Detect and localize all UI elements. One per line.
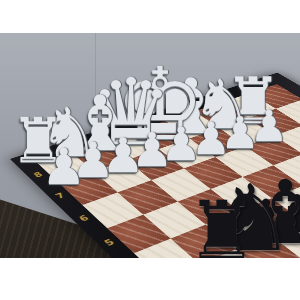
white-pawn-piece: ♟ (39, 142, 89, 192)
chess-set-photo: 876543 ♜♞♝♛♚♝♞♜♟♟♟♟♟♟♟♟♟♟♟♜♞♝ (0, 33, 300, 258)
black-rook-piece: ♜ (182, 191, 262, 258)
